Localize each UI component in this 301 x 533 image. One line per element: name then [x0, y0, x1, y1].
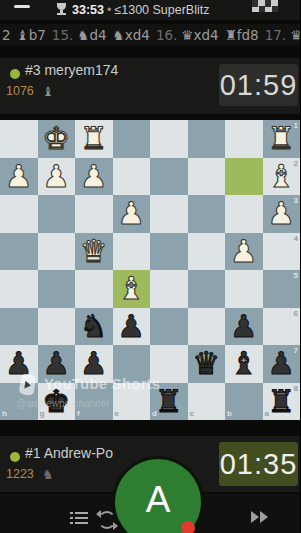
square-h2[interactable]: ♟: [0, 158, 38, 196]
piece-bQ-c7: ♛: [188, 345, 226, 383]
move-token[interactable]: ♞d4: [77, 27, 106, 43]
online-dot: [10, 69, 20, 79]
tournament-clock: 33:53: [72, 3, 104, 17]
square-e3[interactable]: ♟: [113, 195, 151, 233]
square-c4[interactable]: [188, 233, 226, 271]
trophy-icon: [56, 3, 67, 16]
square-g4[interactable]: [38, 233, 76, 271]
opponent-rating: 1076: [6, 84, 34, 98]
move-token[interactable]: 16.: [156, 27, 177, 43]
square-d1[interactable]: [150, 120, 188, 158]
square-f6[interactable]: ♞: [75, 308, 113, 346]
square-a4[interactable]: 4: [263, 233, 301, 271]
square-c8[interactable]: c: [188, 383, 226, 421]
online-dot: [10, 452, 20, 462]
square-c6[interactable]: [188, 308, 226, 346]
file-label-f: f: [77, 410, 80, 418]
player-rating: 1223: [6, 467, 34, 481]
square-c3[interactable]: [188, 195, 226, 233]
square-c7[interactable]: ♛: [188, 345, 226, 383]
rank-label-2: 2: [294, 160, 298, 168]
square-h1[interactable]: [0, 120, 38, 158]
square-g1[interactable]: ♚: [38, 120, 76, 158]
square-b3[interactable]: [225, 195, 263, 233]
app-screen: 33:53•≤1300 SuperBlitz 2♝b715.♞d4♞xd416.…: [0, 0, 300, 533]
square-a1[interactable]: ♜1: [263, 120, 301, 158]
square-a3[interactable]: ♟3: [263, 195, 301, 233]
knight-icon: ♞: [42, 468, 54, 481]
square-h5[interactable]: [0, 270, 38, 308]
square-d5[interactable]: [150, 270, 188, 308]
piece-wP-g2: ♟: [38, 158, 76, 196]
square-b4[interactable]: ♟: [225, 233, 263, 271]
square-a8[interactable]: ♜8a: [263, 383, 301, 421]
square-d4[interactable]: [150, 233, 188, 271]
square-e6[interactable]: ♟: [113, 308, 151, 346]
square-g5[interactable]: [38, 270, 76, 308]
piece-wQ-f4: ♛: [75, 233, 113, 271]
square-f2[interactable]: ♟: [75, 158, 113, 196]
player-name[interactable]: #1 Andrew-Po: [25, 445, 113, 461]
square-c1[interactable]: [188, 120, 226, 158]
player-clock: 01:35: [219, 442, 298, 486]
square-g2[interactable]: ♟: [38, 158, 76, 196]
square-a7[interactable]: ♟7: [263, 345, 301, 383]
piece-bP-b6: ♟: [225, 308, 263, 346]
square-a2[interactable]: ♝2: [263, 158, 301, 196]
square-b5[interactable]: [225, 270, 263, 308]
square-e2[interactable]: [113, 158, 151, 196]
piece-wK-g1: ♚: [38, 120, 76, 158]
move-token[interactable]: ♝b7: [17, 27, 46, 43]
square-c5[interactable]: [188, 270, 226, 308]
move-token[interactable]: ♞xd4: [113, 27, 150, 43]
square-g3[interactable]: [38, 195, 76, 233]
forward-icon[interactable]: [251, 510, 271, 524]
tournament-pool: ≤1300 SuperBlitz: [114, 3, 209, 17]
square-c2[interactable]: [188, 158, 226, 196]
rank-label-8: 8: [294, 385, 298, 393]
square-a6[interactable]: 6: [263, 308, 301, 346]
square-g6[interactable]: [38, 308, 76, 346]
top-app-bar: 33:53•≤1300 SuperBlitz: [0, 0, 300, 20]
square-f3[interactable]: [75, 195, 113, 233]
avatar-letter: A: [146, 481, 171, 518]
square-h3[interactable]: [0, 195, 38, 233]
piece-wB-e5: ♝: [113, 270, 151, 308]
file-label-a: a: [265, 410, 269, 418]
watermark-brand: YouTube Shorts: [44, 375, 160, 392]
menu-icon[interactable]: [70, 512, 88, 524]
square-h6[interactable]: [0, 308, 38, 346]
record-dot-icon: [181, 521, 195, 533]
rank-label-1: 1: [294, 122, 298, 130]
square-b6[interactable]: ♟: [225, 308, 263, 346]
square-e5[interactable]: ♝: [113, 270, 151, 308]
move-list[interactable]: 2♝b715.♞d4♞xd416.♛xd4♜fd817.♛f4♛c718.♝e5: [0, 24, 300, 45]
move-token[interactable]: ♜fd8: [225, 27, 259, 43]
bishop-icon: ♝: [42, 85, 54, 98]
square-b2[interactable]: [225, 158, 263, 196]
piece-wP-b4: ♟: [225, 233, 263, 271]
piece-wR-f1: ♜: [75, 120, 113, 158]
piece-bB-b7: ♝: [225, 345, 263, 383]
move-token[interactable]: 15.: [52, 27, 73, 43]
file-label-h: h: [2, 410, 7, 418]
board-checker-icon[interactable]: [252, 0, 278, 12]
rank-label-7: 7: [294, 347, 298, 355]
square-f5[interactable]: [75, 270, 113, 308]
rank-label-3: 3: [294, 197, 298, 205]
youtube-shorts-icon: [19, 373, 37, 396]
square-b1[interactable]: [225, 120, 263, 158]
watermark-channel: @andrewpo-channel: [16, 398, 108, 409]
square-h4[interactable]: [0, 233, 38, 271]
square-d6[interactable]: [150, 308, 188, 346]
file-label-g: g: [40, 410, 45, 418]
opponent-bar: #3 meryem174 1076 ♝ 01:59: [0, 58, 300, 114]
square-e1[interactable]: [113, 120, 151, 158]
square-d3[interactable]: [150, 195, 188, 233]
opponent-clock: 01:59: [219, 64, 298, 106]
opponent-name[interactable]: #3 meryem174: [25, 62, 118, 78]
square-a5[interactable]: 5: [263, 270, 301, 308]
file-label-d: d: [152, 410, 157, 418]
piece-bP-e6: ♟: [113, 308, 151, 346]
rank-label-5: 5: [294, 272, 298, 280]
square-f1[interactable]: ♜: [75, 120, 113, 158]
move-token[interactable]: 2: [2, 27, 11, 43]
move-token[interactable]: ♛xd4: [181, 27, 218, 43]
file-label-b: b: [227, 410, 232, 418]
piece-wP-h2: ♟: [0, 158, 38, 196]
piece-wP-e3: ♟: [113, 195, 151, 233]
square-f4[interactable]: ♛: [75, 233, 113, 271]
piece-bN-f6: ♞: [75, 308, 113, 346]
file-label-c: c: [190, 410, 194, 418]
file-label-e: e: [115, 410, 119, 418]
minimize-dash-icon[interactable]: [14, 5, 30, 8]
move-token[interactable]: 17.: [265, 27, 286, 43]
rank-label-4: 4: [294, 235, 298, 243]
square-b8[interactable]: b: [225, 383, 263, 421]
tournament-title: 33:53•≤1300 SuperBlitz: [72, 0, 210, 20]
rank-label-6: 6: [294, 310, 298, 318]
move-token[interactable]: ♛f4: [290, 27, 300, 43]
piece-wP-f2: ♟: [75, 158, 113, 196]
square-d2[interactable]: [150, 158, 188, 196]
square-b7[interactable]: ♝: [225, 345, 263, 383]
square-e4[interactable]: [113, 233, 151, 271]
